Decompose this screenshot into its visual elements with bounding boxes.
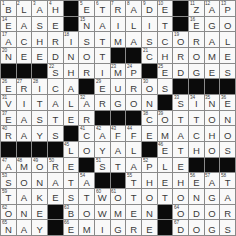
grid-cell[interactable]: 13P xyxy=(220,1,235,16)
cell-letter: M xyxy=(161,127,169,140)
cell-letter: T xyxy=(99,2,105,15)
grid-cell[interactable]: R xyxy=(189,32,204,47)
black-cell xyxy=(64,17,79,32)
grid-cell[interactable]: S xyxy=(32,17,47,32)
black-cell xyxy=(95,111,110,126)
cell-letter: O xyxy=(224,17,231,30)
clue-number: 46 xyxy=(158,142,163,147)
clue-number: 17 xyxy=(2,32,7,37)
grid-cell[interactable]: 24P xyxy=(126,64,141,79)
grid-cell[interactable]: N xyxy=(64,48,79,63)
grid-cell[interactable]: 34I xyxy=(189,95,204,110)
cell-letter: O xyxy=(20,174,27,187)
cell-letter: R xyxy=(130,80,137,93)
grid-cell[interactable]: A xyxy=(17,17,32,32)
grid-cell[interactable]: O xyxy=(173,189,188,204)
grid-cell[interactable]: E xyxy=(32,48,47,63)
grid-cell[interactable]: S xyxy=(32,111,47,126)
clue-number: 7 xyxy=(111,1,114,6)
grid-cell[interactable]: T xyxy=(64,173,79,188)
clue-number: 3 xyxy=(33,1,36,6)
grid-cell[interactable]: D xyxy=(189,205,204,220)
grid-cell[interactable]: 26E xyxy=(1,79,16,94)
clue-number: 63 xyxy=(64,205,69,210)
grid-cell[interactable]: 64O xyxy=(173,205,188,220)
cell-letter: N xyxy=(146,96,153,109)
grid-cell[interactable]: 51S xyxy=(95,158,110,173)
grid-cell[interactable]: R xyxy=(173,48,188,63)
clue-number: 58 xyxy=(221,173,226,178)
grid-cell[interactable]: R xyxy=(79,64,94,79)
grid-cell[interactable]: A xyxy=(205,32,220,47)
grid-cell[interactable]: A xyxy=(48,95,63,110)
grid-cell[interactable]: 37E xyxy=(1,111,16,126)
grid-cell[interactable]: 44F xyxy=(126,126,141,141)
grid-cell[interactable]: 62O xyxy=(1,205,16,220)
grid-cell[interactable]: 52P xyxy=(142,158,157,173)
grid-cell[interactable]: 39O xyxy=(158,111,173,126)
grid-cell[interactable]: G xyxy=(205,17,220,32)
grid-cell[interactable]: 32A xyxy=(79,95,94,110)
grid-cell[interactable]: I xyxy=(142,17,157,32)
grid-cell[interactable]: 67D xyxy=(173,220,188,235)
grid-cell[interactable]: D xyxy=(48,48,63,63)
grid-cell[interactable]: 56E xyxy=(189,173,204,188)
cell-letter: H xyxy=(146,174,153,187)
cell-letter: E xyxy=(162,174,168,187)
cell-letter: T xyxy=(193,111,199,124)
grid-cell[interactable]: D xyxy=(173,64,188,79)
grid-cell[interactable]: 57A xyxy=(205,173,220,188)
cell-letter: R xyxy=(193,33,200,46)
grid-cell[interactable]: O xyxy=(205,205,220,220)
grid-cell[interactable]: O xyxy=(126,95,141,110)
grid-cell[interactable]: R xyxy=(79,111,94,126)
clue-number: 55 xyxy=(127,173,132,178)
grid-cell[interactable]: A xyxy=(48,173,63,188)
grid-cell[interactable]: 5E xyxy=(79,1,94,16)
grid-cell[interactable]: N xyxy=(220,111,235,126)
grid-cell[interactable]: T xyxy=(173,142,188,157)
grid-cell[interactable]: E xyxy=(17,48,32,63)
cell-letter: T xyxy=(162,17,168,30)
cell-letter: E xyxy=(177,158,183,171)
grid-cell[interactable]: M xyxy=(205,48,220,63)
grid-cell[interactable]: C xyxy=(158,32,173,47)
cell-letter: L xyxy=(68,96,73,109)
grid-cell[interactable]: H xyxy=(158,48,173,63)
grid-cell[interactable]: K xyxy=(32,189,47,204)
cell-letter: G xyxy=(114,221,121,234)
grid-cell[interactable]: M xyxy=(158,126,173,141)
cell-letter: T xyxy=(131,190,137,203)
cell-letter: S xyxy=(52,127,58,140)
cell-letter: G xyxy=(208,17,215,30)
grid-cell[interactable]: E xyxy=(173,158,188,173)
grid-cell[interactable]: E xyxy=(158,173,173,188)
clue-number: 30 xyxy=(143,79,148,84)
cell-letter: E xyxy=(146,127,152,140)
cell-letter: A xyxy=(115,143,121,156)
clue-number: 57 xyxy=(205,173,210,178)
cell-letter: T xyxy=(68,174,74,187)
black-cell xyxy=(158,220,173,235)
grid-cell[interactable]: G xyxy=(111,220,126,235)
cell-letter: L xyxy=(131,143,136,156)
grid-cell[interactable]: T xyxy=(189,111,204,126)
grid-cell[interactable]: 18I xyxy=(64,32,79,47)
cell-letter: A xyxy=(21,111,27,124)
grid-cell[interactable]: N xyxy=(32,173,47,188)
grid-cell[interactable]: E xyxy=(205,64,220,79)
grid-cell[interactable]: A xyxy=(126,158,141,173)
grid-cell[interactable]: 38C xyxy=(142,111,157,126)
grid-cell[interactable]: S xyxy=(158,79,173,94)
cell-letter: T xyxy=(37,96,43,109)
grid-cell[interactable]: C xyxy=(48,79,63,94)
cell-letter: N xyxy=(146,205,153,218)
grid-cell[interactable]: 49O xyxy=(32,158,47,173)
grid-cell[interactable]: T xyxy=(95,48,110,63)
grid-cell[interactable]: E xyxy=(220,48,235,63)
grid-cell[interactable]: H xyxy=(142,173,157,188)
grid-cell[interactable]: 58T xyxy=(220,173,235,188)
grid-cell[interactable]: U xyxy=(111,79,126,94)
grid-cell[interactable]: A xyxy=(17,220,32,235)
cell-letter: Y xyxy=(36,127,42,140)
grid-cell[interactable]: A xyxy=(17,126,32,141)
grid-cell[interactable]: N xyxy=(142,205,157,220)
cell-letter: R xyxy=(115,2,122,15)
grid-cell[interactable]: L xyxy=(158,158,173,173)
grid-cell[interactable]: 1B xyxy=(1,1,16,16)
black-cell xyxy=(158,95,173,110)
clue-number: 5 xyxy=(80,1,83,6)
cell-letter: S xyxy=(224,64,230,77)
cell-letter: R xyxy=(177,49,184,62)
grid-cell[interactable]: Y xyxy=(32,126,47,141)
grid-cell[interactable]: A xyxy=(17,111,32,126)
grid-cell[interactable]: 2L xyxy=(17,1,32,16)
grid-cell[interactable]: N xyxy=(142,95,157,110)
grid-cell[interactable]: 66E xyxy=(64,220,79,235)
cell-letter: A xyxy=(21,17,27,30)
grid-cell[interactable]: S xyxy=(48,126,63,141)
grid-cell[interactable]: N xyxy=(17,205,32,220)
cell-letter: N xyxy=(224,111,231,124)
cell-letter: E xyxy=(21,49,27,62)
cell-letter: A xyxy=(99,17,105,30)
grid-cell[interactable]: 20N xyxy=(1,48,16,63)
black-cell xyxy=(32,142,47,157)
grid-cell[interactable]: L xyxy=(64,95,79,110)
grid-cell[interactable]: O xyxy=(79,142,94,157)
grid-cell[interactable]: 9D xyxy=(142,1,157,16)
grid-cell[interactable]: A xyxy=(17,189,32,204)
grid-cell[interactable]: H xyxy=(32,32,47,47)
grid-cell[interactable]: T xyxy=(79,189,94,204)
grid-cell[interactable]: R xyxy=(95,95,110,110)
clue-number: 27 xyxy=(17,79,22,84)
grid-cell[interactable]: Y xyxy=(32,220,47,235)
grid-cell[interactable]: 40R xyxy=(1,126,16,141)
cell-letter: Y xyxy=(99,143,105,156)
clue-number: 18 xyxy=(64,32,69,37)
clue-number: 53 xyxy=(2,173,7,178)
grid-cell[interactable]: E xyxy=(142,126,157,141)
grid-cell[interactable]: Y xyxy=(95,142,110,157)
grid-cell[interactable]: M xyxy=(111,205,126,220)
cell-letter: K xyxy=(36,190,42,203)
clue-number: 12 xyxy=(205,1,210,6)
grid-cell[interactable]: S xyxy=(142,32,157,47)
cell-letter: S xyxy=(224,143,230,156)
grid-cell[interactable]: T xyxy=(173,111,188,126)
grid-cell[interactable]: 12A xyxy=(205,1,220,16)
grid-cell[interactable]: 60W xyxy=(95,189,110,204)
black-cell xyxy=(111,111,126,126)
grid-cell[interactable]: O xyxy=(142,189,157,204)
grid-cell[interactable]: G xyxy=(205,220,220,235)
cell-letter: D xyxy=(52,49,59,62)
cell-letter: H xyxy=(209,127,216,140)
grid-cell[interactable]: 19O xyxy=(173,32,188,47)
grid-cell[interactable]: O xyxy=(79,48,94,63)
grid-cell[interactable]: O xyxy=(220,126,235,141)
clue-number: 37 xyxy=(2,111,7,116)
grid-cell[interactable]: 46E xyxy=(158,142,173,157)
cell-letter: M xyxy=(83,221,91,234)
grid-cell[interactable]: H xyxy=(205,126,220,141)
grid-cell[interactable]: 45L xyxy=(64,142,79,157)
clue-number: 44 xyxy=(127,126,132,131)
clue-number: 43 xyxy=(111,126,116,131)
cell-letter: O xyxy=(83,205,90,218)
clue-number: 56 xyxy=(190,173,195,178)
cell-letter: H xyxy=(193,143,200,156)
grid-cell[interactable]: 29E xyxy=(95,79,110,94)
clue-number: 25 xyxy=(158,64,163,69)
grid-cell[interactable]: 23M xyxy=(111,64,126,79)
grid-cell[interactable]: T xyxy=(95,32,110,47)
black-cell xyxy=(79,79,94,94)
grid-cell[interactable]: T xyxy=(126,189,141,204)
grid-cell[interactable]: 41C xyxy=(79,126,94,141)
grid-cell[interactable]: 54A xyxy=(79,173,94,188)
cell-letter: C xyxy=(193,127,200,140)
grid-cell[interactable]: O xyxy=(17,173,32,188)
grid-cell[interactable]: 55T xyxy=(126,173,141,188)
grid-cell[interactable]: 43F xyxy=(111,126,126,141)
grid-cell[interactable]: A xyxy=(126,32,141,47)
grid-cell[interactable]: E xyxy=(48,189,63,204)
grid-cell[interactable]: T xyxy=(158,17,173,32)
black-cell xyxy=(126,48,141,63)
grid-cell[interactable]: A xyxy=(95,17,110,32)
grid-cell[interactable]: S xyxy=(79,32,94,47)
grid-cell[interactable]: 65N xyxy=(1,220,16,235)
grid-cell[interactable]: 59T xyxy=(1,189,16,204)
grid-cell[interactable]: E xyxy=(64,158,79,173)
grid-cell[interactable]: 35N xyxy=(205,95,220,110)
cell-letter: E xyxy=(83,2,89,15)
cell-letter: L xyxy=(21,2,26,15)
cell-letter: C xyxy=(162,33,169,46)
grid-cell[interactable]: O xyxy=(220,17,235,32)
grid-cell[interactable]: T xyxy=(158,189,173,204)
grid-cell[interactable]: 17A xyxy=(1,32,16,47)
grid-cell[interactable]: S xyxy=(220,142,235,157)
grid-cell[interactable]: L xyxy=(126,17,141,32)
grid-cell[interactable]: I xyxy=(17,95,32,110)
grid-cell[interactable]: R xyxy=(48,32,63,47)
cell-letter: T xyxy=(178,111,184,124)
grid-cell[interactable]: E xyxy=(142,220,157,235)
grid-cell[interactable]: G xyxy=(111,95,126,110)
grid-cell[interactable]: I xyxy=(95,220,110,235)
clue-number: 42 xyxy=(96,126,101,131)
grid-cell[interactable]: I xyxy=(111,17,126,32)
cell-letter: L xyxy=(131,17,136,30)
grid-cell[interactable]: L xyxy=(220,32,235,47)
cell-letter: E xyxy=(36,49,42,62)
grid-cell[interactable]: E xyxy=(64,111,79,126)
grid-cell[interactable]: 42A xyxy=(95,126,110,141)
grid-cell[interactable]: S xyxy=(64,189,79,204)
clue-number: 21 xyxy=(143,48,148,53)
grid-cell[interactable]: 36E xyxy=(220,95,235,110)
grid-cell[interactable]: M xyxy=(111,32,126,47)
grid-cell[interactable]: 33S xyxy=(173,95,188,110)
grid-cell[interactable]: S xyxy=(220,64,235,79)
grid-cell[interactable]: 53S xyxy=(1,173,16,188)
clue-number: 47 xyxy=(2,158,7,163)
grid-cell[interactable]: 10E xyxy=(158,1,173,16)
grid-cell[interactable]: 6T xyxy=(95,1,110,16)
black-cell xyxy=(111,173,126,188)
black-cell xyxy=(173,17,188,32)
grid-cell[interactable]: R xyxy=(220,205,235,220)
grid-cell[interactable]: 27R xyxy=(17,79,32,94)
grid-cell[interactable]: 25E xyxy=(158,64,173,79)
grid-cell[interactable]: M xyxy=(79,220,94,235)
grid-cell[interactable]: O xyxy=(189,48,204,63)
grid-cell[interactable]: L xyxy=(126,142,141,157)
black-cell xyxy=(142,64,157,79)
cell-letter: N xyxy=(21,205,28,218)
cell-letter: E xyxy=(52,190,58,203)
grid-cell[interactable]: 16E xyxy=(189,17,204,32)
grid-cell[interactable]: 61O xyxy=(111,189,126,204)
grid-cell[interactable]: 7R xyxy=(111,1,126,16)
grid-cell[interactable]: H xyxy=(173,173,188,188)
grid-cell[interactable]: C xyxy=(189,126,204,141)
grid-cell[interactable]: R xyxy=(126,79,141,94)
grid-cell[interactable]: O xyxy=(189,220,204,235)
grid-cell[interactable]: A xyxy=(220,189,235,204)
grid-cell[interactable]: R xyxy=(126,220,141,235)
cell-letter: A xyxy=(52,96,58,109)
grid-cell[interactable]: 30O xyxy=(142,79,157,94)
grid-cell[interactable]: 50R xyxy=(48,158,63,173)
grid-cell[interactable]: 4H xyxy=(48,1,63,16)
cell-letter: R xyxy=(52,33,59,46)
grid-cell[interactable]: G xyxy=(189,64,204,79)
grid-cell[interactable]: 3A xyxy=(32,1,47,16)
cell-letter: S xyxy=(68,190,74,203)
grid-cell[interactable]: 28I xyxy=(32,79,47,94)
black-cell xyxy=(205,79,220,94)
grid-cell[interactable]: G xyxy=(205,189,220,204)
grid-cell[interactable]: A xyxy=(173,126,188,141)
grid-cell[interactable]: 63B xyxy=(64,205,79,220)
clue-number: 49 xyxy=(33,158,38,163)
grid-cell[interactable]: H xyxy=(64,64,79,79)
grid-cell[interactable]: 14E xyxy=(1,17,16,32)
grid-cell[interactable]: E xyxy=(32,205,47,220)
grid-cell[interactable]: O xyxy=(205,111,220,126)
cell-letter: A xyxy=(21,221,27,234)
grid-cell[interactable]: N xyxy=(189,189,204,204)
grid-cell[interactable]: H xyxy=(189,142,204,157)
black-cell xyxy=(189,79,204,94)
grid-cell[interactable]: 15N xyxy=(79,17,94,32)
cell-letter: H xyxy=(68,64,75,77)
grid-cell[interactable]: 8A xyxy=(126,1,141,16)
grid-cell[interactable]: I xyxy=(95,64,110,79)
grid-cell[interactable]: T xyxy=(32,95,47,110)
clue-number: 16 xyxy=(190,17,195,22)
grid-cell[interactable]: W xyxy=(95,205,110,220)
grid-cell[interactable]: 48M xyxy=(17,158,32,173)
clue-number: 51 xyxy=(96,158,101,163)
cell-letter: T xyxy=(99,49,105,62)
cell-letter: G xyxy=(114,96,121,109)
cell-letter: A xyxy=(130,2,136,15)
grid-cell[interactable]: 21C xyxy=(142,48,157,63)
clue-number: 23 xyxy=(111,64,116,69)
grid-cell[interactable]: C xyxy=(17,32,32,47)
black-cell xyxy=(173,1,188,16)
grid-cell[interactable]: E xyxy=(126,205,141,220)
cell-letter: G xyxy=(208,221,215,234)
grid-cell[interactable]: T xyxy=(111,158,126,173)
cell-letter: M xyxy=(208,49,216,62)
clue-number: 19 xyxy=(174,32,179,37)
clue-number: 61 xyxy=(111,189,116,194)
grid-cell[interactable]: A xyxy=(64,79,79,94)
cell-letter: O xyxy=(193,221,200,234)
grid-cell[interactable]: 11Z xyxy=(189,1,204,16)
grid-cell[interactable]: O xyxy=(79,205,94,220)
grid-cell[interactable]: S xyxy=(220,220,235,235)
grid-cell[interactable]: 47A xyxy=(1,158,16,173)
grid-cell[interactable]: T xyxy=(48,111,63,126)
grid-cell[interactable]: A xyxy=(111,142,126,157)
grid-cell[interactable]: 22S xyxy=(48,64,63,79)
cell-letter: A xyxy=(130,33,136,46)
grid-cell[interactable]: E xyxy=(48,17,63,32)
grid-cell[interactable]: 31V xyxy=(1,95,16,110)
cell-letter: O xyxy=(224,127,231,140)
black-cell xyxy=(158,205,173,220)
cell-letter: M xyxy=(114,205,122,218)
clue-number: 11 xyxy=(190,1,195,6)
clue-number: 9 xyxy=(143,1,146,6)
clue-number: 31 xyxy=(2,95,7,100)
grid-cell[interactable]: O xyxy=(205,142,220,157)
cell-letter: H xyxy=(162,49,169,62)
